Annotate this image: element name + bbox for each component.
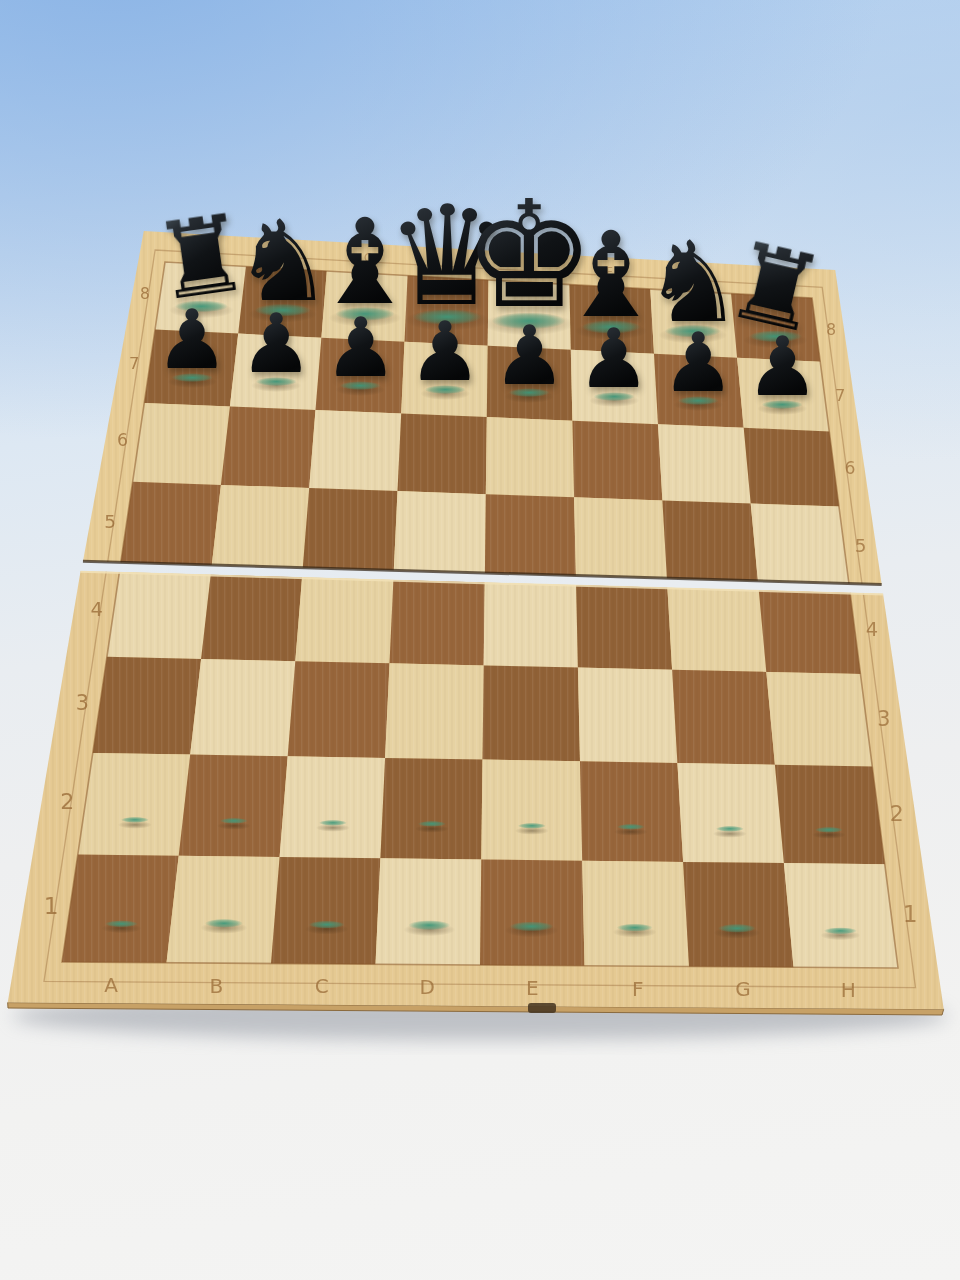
rank-label-left-6: 6 — [117, 430, 128, 450]
file-label-top-G: G — [685, 268, 695, 283]
rank-label-right-7: 7 — [835, 386, 845, 405]
file-label-top-D: D — [444, 255, 454, 270]
file-label-top-H: H — [765, 273, 774, 288]
file-label-top-E: E — [525, 259, 533, 274]
file-label-bottom-G: G — [735, 977, 751, 1001]
file-label-bottom-A: A — [104, 973, 118, 997]
rank-label-right-2: 2 — [890, 801, 904, 826]
file-label-bottom-B: B — [210, 974, 224, 998]
rank-label-right-8: 8 — [826, 321, 836, 339]
file-label-top-B: B — [283, 246, 292, 261]
rank-label-right-3: 3 — [877, 707, 890, 731]
file-label-top-A: A — [203, 241, 212, 256]
wood-grain-lower — [8, 571, 944, 1009]
rank-label-left-2: 2 — [60, 789, 74, 814]
rank-label-left-1: 1 — [44, 892, 59, 919]
rank-label-left-5: 5 — [104, 511, 116, 532]
photo-scene: 88AA77BB66CC55DD44EE33FF22GG11HH ♜♞♝♛♚♝♞… — [0, 0, 960, 1280]
chess-board: 88AA77BB66CC55DD44EE33FF22GG11HH — [0, 0, 960, 1280]
file-label-bottom-C: C — [315, 974, 329, 998]
rank-label-left-3: 3 — [76, 691, 89, 715]
hinge-clasp — [528, 1003, 556, 1013]
rank-label-right-5: 5 — [855, 535, 867, 556]
file-label-bottom-E: E — [526, 976, 539, 1000]
rank-label-left-7: 7 — [129, 354, 139, 373]
rank-label-left-8: 8 — [140, 285, 150, 303]
rank-label-right-6: 6 — [845, 458, 856, 478]
file-label-bottom-H: H — [841, 978, 856, 1002]
rank-label-right-1: 1 — [903, 900, 918, 927]
rank-label-right-4: 4 — [866, 618, 878, 641]
rank-label-left-4: 4 — [90, 598, 102, 621]
file-label-bottom-D: D — [419, 975, 434, 999]
file-label-bottom-F: F — [632, 977, 644, 1001]
file-label-top-F: F — [606, 264, 613, 279]
file-label-top-C: C — [364, 250, 373, 265]
